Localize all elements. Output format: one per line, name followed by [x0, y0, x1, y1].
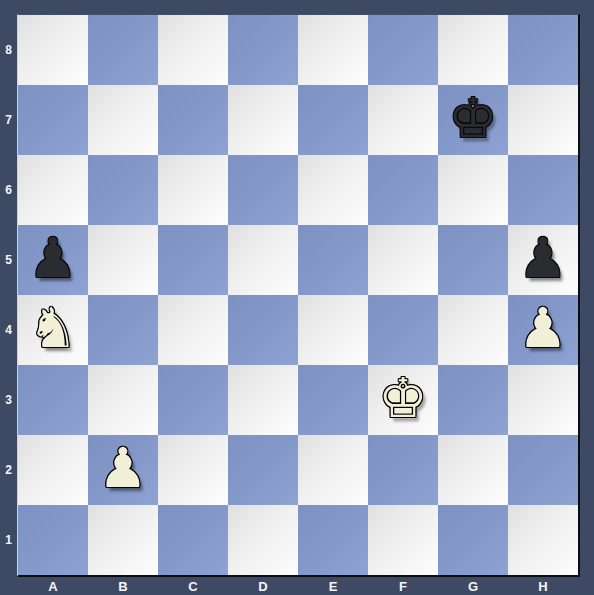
square-e5[interactable] — [298, 225, 368, 295]
rank-labels: 87654321 — [0, 15, 17, 575]
square-a8[interactable] — [18, 15, 88, 85]
square-h8[interactable] — [508, 15, 578, 85]
square-e7[interactable] — [298, 85, 368, 155]
rank-label-1: 1 — [0, 505, 17, 575]
square-f6[interactable] — [368, 155, 438, 225]
square-b2[interactable]: ♟ — [88, 435, 158, 505]
square-c4[interactable] — [158, 295, 228, 365]
square-a7[interactable] — [18, 85, 88, 155]
square-d4[interactable] — [228, 295, 298, 365]
square-b8[interactable] — [88, 15, 158, 85]
square-b7[interactable] — [88, 85, 158, 155]
square-d3[interactable] — [228, 365, 298, 435]
square-f7[interactable] — [368, 85, 438, 155]
rank-label-7: 7 — [0, 85, 17, 155]
black-pawn-h5[interactable]: ♟ — [508, 225, 578, 295]
square-b4[interactable] — [88, 295, 158, 365]
file-label-d: D — [228, 577, 298, 595]
square-b1[interactable] — [88, 505, 158, 575]
square-g2[interactable] — [438, 435, 508, 505]
square-d6[interactable] — [228, 155, 298, 225]
square-g3[interactable] — [438, 365, 508, 435]
square-h4[interactable]: ♟ — [508, 295, 578, 365]
square-c8[interactable] — [158, 15, 228, 85]
square-e3[interactable] — [298, 365, 368, 435]
file-label-a: A — [18, 577, 88, 595]
square-f4[interactable] — [368, 295, 438, 365]
square-a4[interactable]: ♞ — [18, 295, 88, 365]
white-knight-a4[interactable]: ♞ — [18, 295, 88, 365]
square-h6[interactable] — [508, 155, 578, 225]
rank-label-6: 6 — [0, 155, 17, 225]
square-c7[interactable] — [158, 85, 228, 155]
square-h5[interactable]: ♟ — [508, 225, 578, 295]
square-e8[interactable] — [298, 15, 368, 85]
square-d5[interactable] — [228, 225, 298, 295]
square-b5[interactable] — [88, 225, 158, 295]
rank-label-5: 5 — [0, 225, 17, 295]
square-d8[interactable] — [228, 15, 298, 85]
file-label-c: C — [158, 577, 228, 595]
square-h7[interactable] — [508, 85, 578, 155]
square-g6[interactable] — [438, 155, 508, 225]
file-label-b: B — [88, 577, 158, 595]
white-pawn-b2[interactable]: ♟ — [88, 435, 158, 505]
black-king-g7[interactable]: ♚ — [438, 85, 508, 155]
square-f3[interactable]: ♚ — [368, 365, 438, 435]
board-frame: ♚♟♟♞♟♚♟ 87654321 ABCDEFGH — [0, 0, 594, 595]
square-g8[interactable] — [438, 15, 508, 85]
square-g5[interactable] — [438, 225, 508, 295]
square-a3[interactable] — [18, 365, 88, 435]
white-king-f3[interactable]: ♚ — [368, 365, 438, 435]
square-c5[interactable] — [158, 225, 228, 295]
square-c6[interactable] — [158, 155, 228, 225]
square-f8[interactable] — [368, 15, 438, 85]
rank-label-2: 2 — [0, 435, 17, 505]
square-c1[interactable] — [158, 505, 228, 575]
square-h1[interactable] — [508, 505, 578, 575]
chess-board: ♚♟♟♞♟♚♟ — [17, 14, 580, 577]
square-d2[interactable] — [228, 435, 298, 505]
file-labels: ABCDEFGH — [18, 577, 578, 595]
file-label-h: H — [508, 577, 578, 595]
rank-label-8: 8 — [0, 15, 17, 85]
square-d7[interactable] — [228, 85, 298, 155]
file-label-f: F — [368, 577, 438, 595]
square-f5[interactable] — [368, 225, 438, 295]
square-a2[interactable] — [18, 435, 88, 505]
black-pawn-a5[interactable]: ♟ — [18, 225, 88, 295]
square-e6[interactable] — [298, 155, 368, 225]
square-g4[interactable] — [438, 295, 508, 365]
square-h3[interactable] — [508, 365, 578, 435]
square-g7[interactable]: ♚ — [438, 85, 508, 155]
square-c3[interactable] — [158, 365, 228, 435]
square-e1[interactable] — [298, 505, 368, 575]
square-e2[interactable] — [298, 435, 368, 505]
square-a6[interactable] — [18, 155, 88, 225]
rank-label-4: 4 — [0, 295, 17, 365]
square-d1[interactable] — [228, 505, 298, 575]
square-e4[interactable] — [298, 295, 368, 365]
square-b6[interactable] — [88, 155, 158, 225]
square-b3[interactable] — [88, 365, 158, 435]
square-c2[interactable] — [158, 435, 228, 505]
file-label-g: G — [438, 577, 508, 595]
square-f1[interactable] — [368, 505, 438, 575]
square-f2[interactable] — [368, 435, 438, 505]
white-pawn-h4[interactable]: ♟ — [508, 295, 578, 365]
file-label-e: E — [298, 577, 368, 595]
square-h2[interactable] — [508, 435, 578, 505]
square-g1[interactable] — [438, 505, 508, 575]
rank-label-3: 3 — [0, 365, 17, 435]
square-a1[interactable] — [18, 505, 88, 575]
square-a5[interactable]: ♟ — [18, 225, 88, 295]
